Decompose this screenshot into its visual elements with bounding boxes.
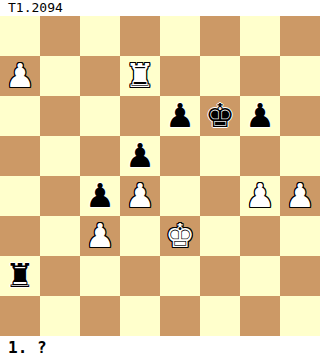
- piece-black-pawn-c4[interactable]: ♟: [80, 176, 120, 216]
- piece-black-rook-a2[interactable]: ♜: [0, 256, 40, 296]
- square-c4[interactable]: ♟: [80, 176, 120, 216]
- square-f1[interactable]: [200, 296, 240, 336]
- square-c1[interactable]: [80, 296, 120, 336]
- square-f7[interactable]: [200, 56, 240, 96]
- piece-white-pawn-c3[interactable]: ♟: [80, 216, 120, 256]
- square-c2[interactable]: [80, 256, 120, 296]
- piece-black-king-f6[interactable]: ♚: [200, 96, 240, 136]
- square-g3[interactable]: [240, 216, 280, 256]
- square-d6[interactable]: [120, 96, 160, 136]
- square-e1[interactable]: [160, 296, 200, 336]
- square-d1[interactable]: [120, 296, 160, 336]
- square-d8[interactable]: [120, 16, 160, 56]
- piece-white-pawn-d4[interactable]: ♟: [120, 176, 160, 216]
- piece-white-pawn-g4[interactable]: ♟: [240, 176, 280, 216]
- square-h6[interactable]: [280, 96, 320, 136]
- square-f3[interactable]: [200, 216, 240, 256]
- square-f2[interactable]: [200, 256, 240, 296]
- square-c5[interactable]: [80, 136, 120, 176]
- square-e5[interactable]: [160, 136, 200, 176]
- square-f8[interactable]: [200, 16, 240, 56]
- piece-black-pawn-d5[interactable]: ♟: [120, 136, 160, 176]
- square-b8[interactable]: [40, 16, 80, 56]
- square-a6[interactable]: [0, 96, 40, 136]
- square-g8[interactable]: [240, 16, 280, 56]
- square-f4[interactable]: [200, 176, 240, 216]
- square-h7[interactable]: [280, 56, 320, 96]
- square-d3[interactable]: [120, 216, 160, 256]
- puzzle-id: T1.2094: [0, 0, 320, 16]
- square-c6[interactable]: [80, 96, 120, 136]
- square-d2[interactable]: [120, 256, 160, 296]
- square-g1[interactable]: [240, 296, 280, 336]
- square-h4[interactable]: ♟: [280, 176, 320, 216]
- move-prompt: 1. ?: [0, 336, 320, 360]
- square-e2[interactable]: [160, 256, 200, 296]
- chess-board: ♟♜♟♚♟♟♟♟♟♟♟♚♜: [0, 16, 320, 336]
- square-a3[interactable]: [0, 216, 40, 256]
- square-b4[interactable]: [40, 176, 80, 216]
- piece-black-pawn-e6[interactable]: ♟: [160, 96, 200, 136]
- square-b1[interactable]: [40, 296, 80, 336]
- square-b3[interactable]: [40, 216, 80, 256]
- piece-white-king-e3[interactable]: ♚: [160, 216, 200, 256]
- square-h8[interactable]: [280, 16, 320, 56]
- square-g4[interactable]: ♟: [240, 176, 280, 216]
- square-b2[interactable]: [40, 256, 80, 296]
- piece-white-pawn-a7[interactable]: ♟: [0, 56, 40, 96]
- square-c8[interactable]: [80, 16, 120, 56]
- square-f6[interactable]: ♚: [200, 96, 240, 136]
- square-h1[interactable]: [280, 296, 320, 336]
- square-d5[interactable]: ♟: [120, 136, 160, 176]
- square-h5[interactable]: [280, 136, 320, 176]
- piece-white-pawn-h4[interactable]: ♟: [280, 176, 320, 216]
- square-e3[interactable]: ♚: [160, 216, 200, 256]
- square-d4[interactable]: ♟: [120, 176, 160, 216]
- square-e8[interactable]: [160, 16, 200, 56]
- square-e6[interactable]: ♟: [160, 96, 200, 136]
- square-c7[interactable]: [80, 56, 120, 96]
- square-g2[interactable]: [240, 256, 280, 296]
- square-b7[interactable]: [40, 56, 80, 96]
- square-e7[interactable]: [160, 56, 200, 96]
- square-a2[interactable]: ♜: [0, 256, 40, 296]
- square-f5[interactable]: [200, 136, 240, 176]
- square-g7[interactable]: [240, 56, 280, 96]
- square-d7[interactable]: ♜: [120, 56, 160, 96]
- piece-white-rook-d7[interactable]: ♜: [120, 56, 160, 96]
- square-g6[interactable]: ♟: [240, 96, 280, 136]
- piece-black-pawn-g6[interactable]: ♟: [240, 96, 280, 136]
- square-g5[interactable]: [240, 136, 280, 176]
- square-c3[interactable]: ♟: [80, 216, 120, 256]
- square-e4[interactable]: [160, 176, 200, 216]
- square-a5[interactable]: [0, 136, 40, 176]
- square-a8[interactable]: [0, 16, 40, 56]
- square-a1[interactable]: [0, 296, 40, 336]
- square-h3[interactable]: [280, 216, 320, 256]
- square-a7[interactable]: ♟: [0, 56, 40, 96]
- square-a4[interactable]: [0, 176, 40, 216]
- chess-puzzle-app: T1.2094 ♟♜♟♚♟♟♟♟♟♟♟♚♜ 1. ?: [0, 0, 320, 360]
- square-h2[interactable]: [280, 256, 320, 296]
- square-b6[interactable]: [40, 96, 80, 136]
- square-b5[interactable]: [40, 136, 80, 176]
